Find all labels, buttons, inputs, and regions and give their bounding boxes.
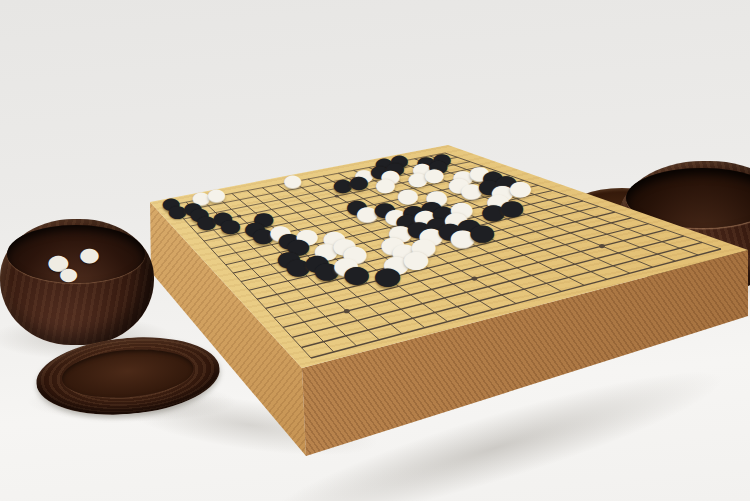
white-stone-in-bowl: ● xyxy=(59,265,78,283)
left-go-bowl: ●●● xyxy=(0,219,154,345)
left-bowl-opening: ●●● xyxy=(7,225,145,283)
go-game-photo-scene: ●●●●●●●●●●●●●●●●●●●●●●●●●●●●●●●●●●●●●●●●… xyxy=(0,0,750,501)
white-stone-in-bowl: ● xyxy=(79,245,100,264)
left-bowl-lid-center xyxy=(60,344,196,402)
